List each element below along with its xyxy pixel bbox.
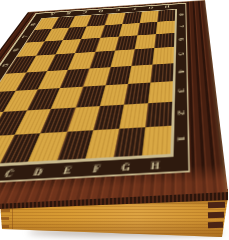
square-g4[interactable] [128, 64, 153, 83]
chess-board: AABBCCDDEEFFGGHH8877665544332211 [0, 0, 228, 210]
dovetail-joint-left [1, 217, 9, 220]
square-h6[interactable] [154, 33, 174, 48]
square-h5[interactable] [152, 47, 174, 64]
square-g3[interactable] [124, 82, 151, 104]
square-g2[interactable] [119, 103, 148, 129]
square-g6[interactable] [134, 34, 155, 49]
square-h3[interactable] [148, 81, 173, 103]
dovetail-joint-left [1, 209, 10, 212]
dovetail-joint-right [208, 212, 224, 219]
dovetail-joint-right [208, 202, 225, 209]
square-g1[interactable] [113, 127, 145, 157]
square-h2[interactable] [145, 102, 172, 128]
dovetail-joint-right [208, 222, 223, 229]
square-g5[interactable] [131, 48, 154, 65]
chess-box-photo: AABBCCDDEEFFGGHH8877665544332211 [0, 0, 229, 240]
dovetail-joint-left [2, 225, 9, 228]
square-h4[interactable] [150, 63, 173, 82]
dovetail-seam [12, 205, 13, 229]
square-h1[interactable] [142, 126, 172, 156]
